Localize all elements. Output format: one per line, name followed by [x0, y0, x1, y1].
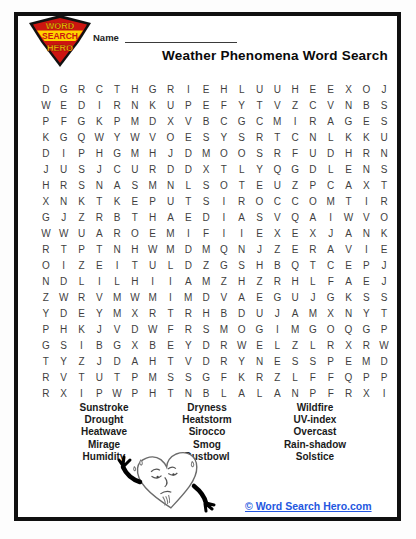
- grid-cell[interactable]: P: [357, 257, 375, 273]
- grid-cell[interactable]: A: [304, 209, 322, 225]
- grid-cell[interactable]: N: [37, 273, 55, 289]
- grid-cell[interactable]: A: [108, 177, 126, 193]
- grid-cell[interactable]: B: [108, 209, 126, 225]
- grid-cell[interactable]: G: [37, 337, 55, 353]
- grid-cell[interactable]: H: [37, 177, 55, 193]
- grid-cell[interactable]: T: [126, 257, 144, 273]
- grid-cell[interactable]: X: [162, 113, 180, 129]
- grid-cell[interactable]: Z: [251, 273, 269, 289]
- grid-cell[interactable]: B: [197, 113, 215, 129]
- grid-cell[interactable]: O: [375, 209, 393, 225]
- grid-cell[interactable]: D: [197, 353, 215, 369]
- grid-cell[interactable]: M: [108, 289, 126, 305]
- grid-cell[interactable]: J: [90, 353, 108, 369]
- grid-cell[interactable]: R: [340, 385, 358, 401]
- grid-cell[interactable]: T: [340, 193, 358, 209]
- grid-cell[interactable]: R: [322, 337, 340, 353]
- grid-cell[interactable]: E: [144, 225, 162, 241]
- grid-cell[interactable]: R: [162, 81, 180, 97]
- grid-cell[interactable]: F: [322, 385, 340, 401]
- grid-cell[interactable]: P: [37, 113, 55, 129]
- grid-cell[interactable]: M: [357, 353, 375, 369]
- grid-cell[interactable]: V: [55, 369, 73, 385]
- grid-cell[interactable]: R: [304, 241, 322, 257]
- grid-cell[interactable]: H: [233, 273, 251, 289]
- grid-cell[interactable]: E: [340, 161, 358, 177]
- grid-cell[interactable]: V: [357, 209, 375, 225]
- grid-cell[interactable]: I: [179, 225, 197, 241]
- grid-cell[interactable]: J: [90, 161, 108, 177]
- grid-cell[interactable]: P: [90, 385, 108, 401]
- grid-cell[interactable]: E: [251, 337, 269, 353]
- grid-cell[interactable]: S: [375, 97, 393, 113]
- grid-cell[interactable]: P: [144, 193, 162, 209]
- grid-cell[interactable]: N: [108, 241, 126, 257]
- grid-cell[interactable]: W: [144, 321, 162, 337]
- grid-cell[interactable]: C: [304, 97, 322, 113]
- grid-cell[interactable]: R: [73, 81, 91, 97]
- grid-cell[interactable]: W: [55, 289, 73, 305]
- grid-cell[interactable]: T: [55, 241, 73, 257]
- grid-cell[interactable]: L: [179, 177, 197, 193]
- grid-cell[interactable]: Z: [197, 257, 215, 273]
- grid-cell[interactable]: H: [251, 257, 269, 273]
- grid-cell[interactable]: F: [162, 321, 180, 337]
- grid-cell[interactable]: J: [162, 145, 180, 161]
- grid-cell[interactable]: E: [268, 353, 286, 369]
- grid-cell[interactable]: J: [37, 161, 55, 177]
- grid-cell[interactable]: U: [251, 305, 269, 321]
- grid-cell[interactable]: N: [340, 97, 358, 113]
- grid-cell[interactable]: Z: [73, 209, 91, 225]
- grid-cell[interactable]: S: [375, 289, 393, 305]
- grid-cell[interactable]: R: [179, 305, 197, 321]
- grid-cell[interactable]: I: [215, 209, 233, 225]
- grid-cell[interactable]: I: [144, 273, 162, 289]
- grid-cell[interactable]: B: [215, 305, 233, 321]
- grid-cell[interactable]: W: [233, 337, 251, 353]
- grid-cell[interactable]: I: [90, 273, 108, 289]
- grid-cell[interactable]: Z: [73, 257, 91, 273]
- grid-cell[interactable]: O: [233, 321, 251, 337]
- grid-cell[interactable]: G: [357, 321, 375, 337]
- grid-cell[interactable]: K: [73, 321, 91, 337]
- grid-cell[interactable]: M: [144, 177, 162, 193]
- grid-cell[interactable]: E: [286, 225, 304, 241]
- grid-cell[interactable]: V: [340, 241, 358, 257]
- grid-cell[interactable]: D: [37, 145, 55, 161]
- grid-cell[interactable]: P: [126, 369, 144, 385]
- grid-cell[interactable]: D: [197, 289, 215, 305]
- grid-cell[interactable]: L: [233, 161, 251, 177]
- grid-cell[interactable]: R: [73, 289, 91, 305]
- grid-cell[interactable]: T: [162, 385, 180, 401]
- grid-cell[interactable]: D: [233, 305, 251, 321]
- grid-cell[interactable]: E: [357, 113, 375, 129]
- grid-cell[interactable]: M: [322, 193, 340, 209]
- grid-cell[interactable]: T: [108, 369, 126, 385]
- grid-cell[interactable]: I: [233, 225, 251, 241]
- grid-cell[interactable]: V: [322, 97, 340, 113]
- grid-cell[interactable]: B: [197, 385, 215, 401]
- grid-cell[interactable]: R: [357, 337, 375, 353]
- grid-cell[interactable]: C: [108, 161, 126, 177]
- grid-cell[interactable]: U: [268, 177, 286, 193]
- grid-cell[interactable]: R: [108, 97, 126, 113]
- grid-cell[interactable]: S: [233, 257, 251, 273]
- grid-cell[interactable]: A: [126, 353, 144, 369]
- grid-cell[interactable]: P: [357, 369, 375, 385]
- grid-cell[interactable]: S: [375, 113, 393, 129]
- grid-cell[interactable]: D: [179, 145, 197, 161]
- grid-cell[interactable]: T: [90, 241, 108, 257]
- grid-cell[interactable]: R: [37, 241, 55, 257]
- grid-cell[interactable]: N: [90, 177, 108, 193]
- grid-cell[interactable]: Z: [37, 289, 55, 305]
- grid-cell[interactable]: M: [144, 369, 162, 385]
- grid-cell[interactable]: T: [375, 305, 393, 321]
- grid-cell[interactable]: I: [162, 289, 180, 305]
- grid-cell[interactable]: L: [322, 129, 340, 145]
- grid-cell[interactable]: H: [144, 209, 162, 225]
- grid-cell[interactable]: E: [286, 241, 304, 257]
- grid-cell[interactable]: R: [90, 209, 108, 225]
- grid-cell[interactable]: Q: [73, 129, 91, 145]
- grid-cell[interactable]: S: [162, 369, 180, 385]
- grid-cell[interactable]: J: [375, 257, 393, 273]
- grid-cell[interactable]: V: [108, 321, 126, 337]
- grid-cell[interactable]: O: [215, 177, 233, 193]
- grid-cell[interactable]: Z: [268, 241, 286, 257]
- grid-cell[interactable]: D: [55, 305, 73, 321]
- grid-cell[interactable]: F: [215, 369, 233, 385]
- grid-cell[interactable]: H: [286, 273, 304, 289]
- grid-cell[interactable]: P: [322, 353, 340, 369]
- grid-cell[interactable]: T: [126, 209, 144, 225]
- grid-cell[interactable]: S: [197, 129, 215, 145]
- grid-cell[interactable]: I: [357, 193, 375, 209]
- grid-cell[interactable]: A: [179, 273, 197, 289]
- grid-cell[interactable]: L: [268, 337, 286, 353]
- grid-cell[interactable]: F: [197, 225, 215, 241]
- grid-cell[interactable]: N: [304, 129, 322, 145]
- grid-cell[interactable]: J: [90, 321, 108, 337]
- grid-cell[interactable]: H: [197, 305, 215, 321]
- grid-cell[interactable]: U: [375, 129, 393, 145]
- grid-cell[interactable]: C: [251, 113, 269, 129]
- grid-cell[interactable]: M: [162, 225, 180, 241]
- grid-cell[interactable]: E: [162, 337, 180, 353]
- grid-cell[interactable]: Y: [55, 353, 73, 369]
- grid-cell[interactable]: X: [340, 81, 358, 97]
- grid-cell[interactable]: I: [215, 225, 233, 241]
- grid-cell[interactable]: H: [126, 81, 144, 97]
- grid-cell[interactable]: P: [179, 97, 197, 113]
- grid-cell[interactable]: L: [108, 273, 126, 289]
- grid-cell[interactable]: A: [286, 305, 304, 321]
- grid-cell[interactable]: I: [322, 209, 340, 225]
- grid-cell[interactable]: U: [90, 369, 108, 385]
- grid-cell[interactable]: Z: [286, 337, 304, 353]
- grid-cell[interactable]: E: [179, 209, 197, 225]
- grid-cell[interactable]: E: [375, 241, 393, 257]
- grid-cell[interactable]: S: [233, 129, 251, 145]
- grid-cell[interactable]: L: [233, 81, 251, 97]
- grid-cell[interactable]: H: [144, 353, 162, 369]
- grid-cell[interactable]: I: [375, 385, 393, 401]
- grid-cell[interactable]: D: [197, 209, 215, 225]
- grid-cell[interactable]: I: [55, 257, 73, 273]
- grid-cell[interactable]: D: [144, 113, 162, 129]
- grid-cell[interactable]: L: [162, 257, 180, 273]
- word-search-hero-credit-link[interactable]: © Word Search Hero.com: [245, 500, 372, 512]
- grid-cell[interactable]: S: [73, 161, 91, 177]
- grid-cell[interactable]: W: [375, 337, 393, 353]
- grid-cell[interactable]: M: [215, 321, 233, 337]
- grid-cell[interactable]: R: [268, 273, 286, 289]
- grid-cell[interactable]: W: [108, 385, 126, 401]
- grid-cell[interactable]: H: [286, 81, 304, 97]
- grid-cell[interactable]: C: [286, 129, 304, 145]
- grid-cell[interactable]: E: [251, 289, 269, 305]
- grid-cell[interactable]: T: [162, 353, 180, 369]
- grid-cell[interactable]: D: [55, 273, 73, 289]
- grid-cell[interactable]: A: [233, 385, 251, 401]
- grid-cell[interactable]: V: [144, 129, 162, 145]
- grid-cell[interactable]: Y: [179, 337, 197, 353]
- grid-cell[interactable]: R: [37, 385, 55, 401]
- grid-cell[interactable]: O: [304, 193, 322, 209]
- grid-cell[interactable]: K: [375, 225, 393, 241]
- grid-cell[interactable]: S: [304, 353, 322, 369]
- grid-cell[interactable]: A: [322, 241, 340, 257]
- grid-cell[interactable]: E: [340, 257, 358, 273]
- grid-cell[interactable]: U: [304, 145, 322, 161]
- grid-cell[interactable]: K: [357, 129, 375, 145]
- grid-cell[interactable]: D: [322, 145, 340, 161]
- grid-cell[interactable]: R: [251, 129, 269, 145]
- grid-cell[interactable]: Q: [268, 161, 286, 177]
- grid-cell[interactable]: W: [126, 289, 144, 305]
- grid-cell[interactable]: P: [73, 145, 91, 161]
- grid-cell[interactable]: E: [197, 81, 215, 97]
- grid-cell[interactable]: N: [375, 145, 393, 161]
- grid-cell[interactable]: C: [286, 193, 304, 209]
- grid-cell[interactable]: M: [304, 305, 322, 321]
- grid-cell[interactable]: D: [126, 321, 144, 337]
- grid-cell[interactable]: N: [286, 385, 304, 401]
- grid-cell[interactable]: R: [215, 353, 233, 369]
- grid-cell[interactable]: I: [268, 321, 286, 337]
- grid-cell[interactable]: L: [304, 337, 322, 353]
- grid-cell[interactable]: I: [286, 113, 304, 129]
- grid-cell[interactable]: L: [73, 273, 91, 289]
- grid-cell[interactable]: F: [322, 273, 340, 289]
- grid-cell[interactable]: R: [179, 321, 197, 337]
- grid-cell[interactable]: D: [179, 161, 197, 177]
- grid-cell[interactable]: V: [215, 289, 233, 305]
- grid-cell[interactable]: E: [251, 225, 269, 241]
- grid-cell[interactable]: M: [144, 289, 162, 305]
- grid-cell[interactable]: L: [286, 369, 304, 385]
- grid-cell[interactable]: P: [73, 241, 91, 257]
- grid-cell[interactable]: H: [126, 241, 144, 257]
- grid-cell[interactable]: X: [37, 193, 55, 209]
- grid-cell[interactable]: O: [233, 145, 251, 161]
- grid-cell[interactable]: U: [55, 161, 73, 177]
- grid-cell[interactable]: K: [233, 369, 251, 385]
- grid-cell[interactable]: B: [144, 337, 162, 353]
- grid-cell[interactable]: I: [179, 81, 197, 97]
- grid-cell[interactable]: I: [73, 337, 91, 353]
- grid-cell[interactable]: N: [179, 385, 197, 401]
- grid-cell[interactable]: W: [55, 225, 73, 241]
- grid-cell[interactable]: H: [126, 273, 144, 289]
- grid-cell[interactable]: K: [340, 289, 358, 305]
- grid-cell[interactable]: X: [304, 225, 322, 241]
- grid-cell[interactable]: I: [162, 273, 180, 289]
- grid-cell[interactable]: S: [251, 209, 269, 225]
- grid-cell[interactable]: Y: [357, 305, 375, 321]
- grid-cell[interactable]: O: [215, 145, 233, 161]
- grid-cell[interactable]: T: [251, 97, 269, 113]
- grid-cell[interactable]: M: [162, 241, 180, 257]
- grid-cell[interactable]: T: [375, 177, 393, 193]
- grid-cell[interactable]: D: [197, 337, 215, 353]
- grid-cell[interactable]: Z: [268, 369, 286, 385]
- grid-cell[interactable]: T: [37, 353, 55, 369]
- grid-cell[interactable]: M: [126, 145, 144, 161]
- grid-cell[interactable]: S: [197, 321, 215, 337]
- grid-cell[interactable]: O: [357, 81, 375, 97]
- grid-cell[interactable]: B: [268, 257, 286, 273]
- grid-cell[interactable]: L: [215, 385, 233, 401]
- grid-cell[interactable]: H: [340, 145, 358, 161]
- grid-cell[interactable]: M: [197, 241, 215, 257]
- grid-cell[interactable]: D: [162, 161, 180, 177]
- grid-cell[interactable]: A: [233, 209, 251, 225]
- grid-cell[interactable]: M: [179, 289, 197, 305]
- grid-cell[interactable]: M: [108, 305, 126, 321]
- grid-cell[interactable]: S: [179, 369, 197, 385]
- grid-cell[interactable]: H: [215, 81, 233, 97]
- grid-cell[interactable]: C: [322, 257, 340, 273]
- grid-cell[interactable]: N: [233, 241, 251, 257]
- grid-cell[interactable]: P: [108, 113, 126, 129]
- grid-cell[interactable]: X: [268, 225, 286, 241]
- grid-cell[interactable]: N: [251, 353, 269, 369]
- grid-cell[interactable]: Q: [340, 321, 358, 337]
- grid-cell[interactable]: G: [108, 337, 126, 353]
- grid-cell[interactable]: M: [126, 113, 144, 129]
- grid-cell[interactable]: J: [304, 289, 322, 305]
- grid-cell[interactable]: Y: [233, 353, 251, 369]
- grid-cell[interactable]: D: [179, 241, 197, 257]
- grid-cell[interactable]: N: [357, 225, 375, 241]
- grid-cell[interactable]: A: [90, 225, 108, 241]
- grid-cell[interactable]: A: [340, 177, 358, 193]
- grid-cell[interactable]: R: [268, 145, 286, 161]
- grid-cell[interactable]: W: [144, 241, 162, 257]
- grid-cell[interactable]: S: [357, 289, 375, 305]
- grid-cell[interactable]: V: [179, 113, 197, 129]
- grid-cell[interactable]: G: [322, 289, 340, 305]
- grid-cell[interactable]: E: [357, 273, 375, 289]
- grid-cell[interactable]: J: [268, 305, 286, 321]
- grid-cell[interactable]: W: [126, 129, 144, 145]
- grid-cell[interactable]: G: [215, 257, 233, 273]
- grid-cell[interactable]: T: [304, 257, 322, 273]
- grid-cell[interactable]: P: [304, 385, 322, 401]
- grid-cell[interactable]: R: [357, 145, 375, 161]
- grid-cell[interactable]: Y: [233, 97, 251, 113]
- grid-cell[interactable]: K: [108, 193, 126, 209]
- grid-cell[interactable]: G: [197, 369, 215, 385]
- grid-cell[interactable]: Z: [286, 177, 304, 193]
- grid-cell[interactable]: U: [162, 193, 180, 209]
- grid-cell[interactable]: R: [233, 193, 251, 209]
- grid-cell[interactable]: X: [126, 305, 144, 321]
- grid-cell[interactable]: L: [251, 385, 269, 401]
- grid-cell[interactable]: I: [90, 97, 108, 113]
- grid-cell[interactable]: D: [108, 353, 126, 369]
- grid-cell[interactable]: Z: [215, 273, 233, 289]
- grid-cell[interactable]: R: [215, 337, 233, 353]
- grid-cell[interactable]: U: [144, 257, 162, 273]
- grid-cell[interactable]: E: [55, 97, 73, 113]
- grid-cell[interactable]: J: [375, 81, 393, 97]
- grid-cell[interactable]: I: [357, 241, 375, 257]
- grid-cell[interactable]: R: [375, 193, 393, 209]
- grid-cell[interactable]: O: [251, 193, 269, 209]
- grid-cell[interactable]: O: [126, 225, 144, 241]
- grid-cell[interactable]: B: [90, 337, 108, 353]
- grid-cell[interactable]: S: [197, 177, 215, 193]
- grid-cell[interactable]: O: [322, 321, 340, 337]
- grid-cell[interactable]: R: [55, 177, 73, 193]
- grid-cell[interactable]: J: [55, 209, 73, 225]
- grid-cell[interactable]: G: [233, 113, 251, 129]
- grid-cell[interactable]: K: [37, 129, 55, 145]
- grid-cell[interactable]: Q: [340, 369, 358, 385]
- grid-cell[interactable]: E: [126, 193, 144, 209]
- grid-cell[interactable]: A: [233, 289, 251, 305]
- grid-cell[interactable]: Y: [90, 305, 108, 321]
- grid-cell[interactable]: N: [162, 177, 180, 193]
- grid-cell[interactable]: H: [144, 385, 162, 401]
- grid-cell[interactable]: N: [126, 97, 144, 113]
- grid-cell[interactable]: L: [322, 161, 340, 177]
- grid-cell[interactable]: Y: [37, 305, 55, 321]
- grid-cell[interactable]: P: [375, 321, 393, 337]
- grid-cell[interactable]: H: [55, 321, 73, 337]
- grid-cell[interactable]: X: [357, 177, 375, 193]
- grid-cell[interactable]: G: [73, 113, 91, 129]
- grid-cell[interactable]: Z: [73, 353, 91, 369]
- grid-cell[interactable]: R: [37, 369, 55, 385]
- grid-cell[interactable]: S: [286, 353, 304, 369]
- grid-cell[interactable]: W: [340, 209, 358, 225]
- grid-cell[interactable]: M: [268, 113, 286, 129]
- grid-cell[interactable]: Y: [251, 161, 269, 177]
- grid-cell[interactable]: M: [197, 145, 215, 161]
- grid-cell[interactable]: N: [340, 305, 358, 321]
- grid-cell[interactable]: D: [179, 257, 197, 273]
- grid-cell[interactable]: R: [251, 369, 269, 385]
- grid-cell[interactable]: D: [37, 81, 55, 97]
- grid-cell[interactable]: S: [197, 193, 215, 209]
- grid-cell[interactable]: G: [108, 145, 126, 161]
